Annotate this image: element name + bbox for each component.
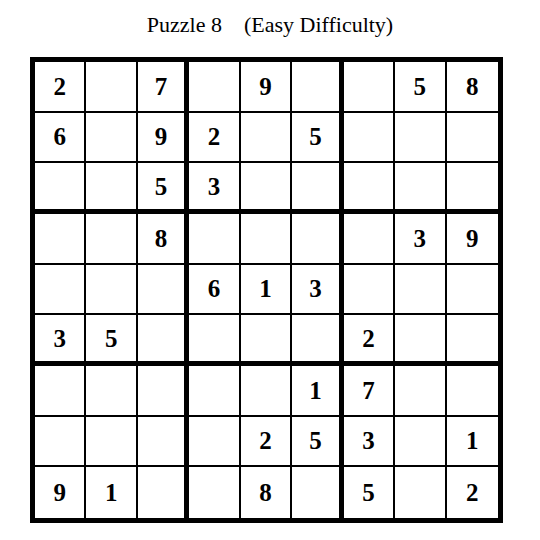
cell-r6c2: 5 [86,315,137,366]
cell-r9c9: 2 [447,467,498,518]
cell-r9c7: 5 [344,467,395,518]
cell-r8c5: 2 [241,417,292,468]
cell-r9c3 [138,467,189,518]
cell-r1c8: 5 [395,62,446,113]
cell-r1c5: 9 [241,62,292,113]
cell-r3c1 [35,163,86,214]
cell-r8c6: 5 [292,417,343,468]
cell-r2c7 [344,113,395,164]
cell-r8c3 [138,417,189,468]
cell-r6c1: 3 [35,315,86,366]
cell-r4c4 [189,214,240,265]
cell-r7c2 [86,366,137,417]
cell-r9c1: 9 [35,467,86,518]
cell-r2c5 [241,113,292,164]
cell-r2c1: 6 [35,113,86,164]
cell-r7c9 [447,366,498,417]
cell-r7c5 [241,366,292,417]
puzzle-title: Puzzle 8 (Easy Difficulty) [0,12,540,38]
cell-r6c5 [241,315,292,366]
cell-r2c8 [395,113,446,164]
cell-r3c3: 5 [138,163,189,214]
cell-r9c5: 8 [241,467,292,518]
cell-r3c7 [344,163,395,214]
cell-r9c2: 1 [86,467,137,518]
cell-r3c8 [395,163,446,214]
cell-r1c3: 7 [138,62,189,113]
cell-r6c7: 2 [344,315,395,366]
cell-r3c2 [86,163,137,214]
cell-r3c4: 3 [189,163,240,214]
cell-r4c7 [344,214,395,265]
cell-r8c9: 1 [447,417,498,468]
cell-r1c7 [344,62,395,113]
cell-r5c3 [138,265,189,316]
cell-r1c9: 8 [447,62,498,113]
cell-r6c9 [447,315,498,366]
sudoku-board: 2795869255383961335217253191852 [35,62,498,518]
cell-r7c4 [189,366,240,417]
cell-r4c3: 8 [138,214,189,265]
sudoku-board-frame: 2795869255383961335217253191852 [30,57,503,523]
cell-r3c5 [241,163,292,214]
cell-r2c9 [447,113,498,164]
cell-r2c6: 5 [292,113,343,164]
cell-r4c9: 9 [447,214,498,265]
cell-r8c8 [395,417,446,468]
cell-r4c2 [86,214,137,265]
cell-r7c1 [35,366,86,417]
cell-r4c8: 3 [395,214,446,265]
cell-r8c2 [86,417,137,468]
cell-r1c6 [292,62,343,113]
cell-r5c9 [447,265,498,316]
cell-r6c4 [189,315,240,366]
cell-r2c3: 9 [138,113,189,164]
cell-r8c4 [189,417,240,468]
cell-r5c4: 6 [189,265,240,316]
cell-r5c6: 3 [292,265,343,316]
cell-r2c2 [86,113,137,164]
cell-r1c4 [189,62,240,113]
cell-r7c7: 7 [344,366,395,417]
cell-r6c3 [138,315,189,366]
cell-r4c1 [35,214,86,265]
cell-r1c1: 2 [35,62,86,113]
cell-r9c8 [395,467,446,518]
cell-r7c8 [395,366,446,417]
cell-r3c9 [447,163,498,214]
cell-r6c6 [292,315,343,366]
cell-r5c1 [35,265,86,316]
cell-r4c5 [241,214,292,265]
cell-r1c2 [86,62,137,113]
cell-r5c5: 1 [241,265,292,316]
cell-r4c6 [292,214,343,265]
cell-r9c4 [189,467,240,518]
cell-r8c7: 3 [344,417,395,468]
cell-r8c1 [35,417,86,468]
cell-r7c6: 1 [292,366,343,417]
cell-r5c2 [86,265,137,316]
cell-r5c7 [344,265,395,316]
cell-r6c8 [395,315,446,366]
cell-r9c6 [292,467,343,518]
cell-r7c3 [138,366,189,417]
cell-r3c6 [292,163,343,214]
cell-r2c4: 2 [189,113,240,164]
cell-r5c8 [395,265,446,316]
